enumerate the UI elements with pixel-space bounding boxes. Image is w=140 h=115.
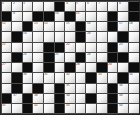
white-cell[interactable] xyxy=(129,32,139,41)
clue-number: 1 xyxy=(2,2,4,5)
white-cell[interactable] xyxy=(44,32,54,41)
black-cell xyxy=(12,73,22,82)
black-cell xyxy=(2,12,12,21)
white-cell[interactable]: 40 xyxy=(118,94,128,103)
white-cell[interactable]: 26 xyxy=(86,53,96,62)
clue-number: 40 xyxy=(119,94,123,97)
black-cell xyxy=(12,84,22,93)
white-cell[interactable] xyxy=(12,63,22,72)
white-cell[interactable]: 22 xyxy=(65,43,75,52)
white-cell[interactable] xyxy=(86,63,96,72)
black-cell xyxy=(65,63,75,72)
clue-number: 35 xyxy=(66,84,70,87)
black-cell xyxy=(2,94,12,103)
clue-number: 20 xyxy=(87,32,91,35)
white-cell[interactable]: 4 xyxy=(65,2,75,11)
clue-number: 41 xyxy=(2,104,6,107)
black-cell xyxy=(129,12,139,21)
black-cell xyxy=(108,12,118,21)
white-cell[interactable] xyxy=(108,73,118,82)
white-cell[interactable] xyxy=(97,22,107,31)
white-cell[interactable]: 16 xyxy=(86,22,96,31)
white-cell[interactable] xyxy=(97,94,107,103)
black-cell xyxy=(44,12,54,21)
clue-number: 26 xyxy=(87,53,91,56)
white-cell[interactable] xyxy=(97,104,107,113)
white-cell[interactable] xyxy=(86,12,96,21)
clue-number: 38 xyxy=(34,94,38,97)
white-cell[interactable] xyxy=(55,22,65,31)
clue-number: 24 xyxy=(23,53,27,56)
white-cell[interactable] xyxy=(97,53,107,62)
clue-number: 37 xyxy=(13,94,17,97)
black-cell xyxy=(108,43,118,52)
black-cell xyxy=(86,73,96,82)
white-cell[interactable] xyxy=(129,53,139,62)
white-cell[interactable] xyxy=(55,63,65,72)
black-cell xyxy=(23,63,33,72)
clue-number: 3 xyxy=(23,2,25,5)
black-cell xyxy=(118,73,128,82)
white-cell[interactable]: 32 xyxy=(65,73,75,82)
white-cell[interactable]: 42 xyxy=(33,104,43,113)
black-cell xyxy=(55,104,65,113)
white-cell[interactable]: 37 xyxy=(12,94,22,103)
clue-number: 34 xyxy=(129,73,133,76)
white-cell[interactable] xyxy=(108,2,118,11)
white-cell[interactable] xyxy=(44,2,54,11)
black-cell xyxy=(76,53,86,62)
clue-number: 42 xyxy=(34,104,38,107)
black-cell xyxy=(86,94,96,103)
white-cell[interactable]: 8 xyxy=(118,2,128,11)
white-cell[interactable]: 3 xyxy=(23,2,33,11)
clue-number: 36 xyxy=(119,84,123,87)
black-cell xyxy=(12,32,22,41)
white-cell[interactable]: 18 xyxy=(129,22,139,31)
white-cell[interactable] xyxy=(23,84,33,93)
white-cell[interactable]: 29 xyxy=(108,63,118,72)
white-cell[interactable] xyxy=(97,12,107,21)
clue-number: 10 xyxy=(55,12,59,15)
white-cell[interactable] xyxy=(33,63,43,72)
white-cell[interactable] xyxy=(129,43,139,52)
clue-number: 19 xyxy=(23,32,27,35)
white-cell[interactable]: 38 xyxy=(33,94,43,103)
white-cell[interactable] xyxy=(118,63,128,72)
white-cell[interactable]: 6 xyxy=(86,2,96,11)
white-cell[interactable] xyxy=(2,73,12,82)
white-cell[interactable]: 13 xyxy=(33,22,43,31)
white-cell[interactable]: 9 xyxy=(12,12,22,21)
clue-number: 12 xyxy=(2,22,6,25)
white-cell[interactable] xyxy=(44,94,54,103)
black-cell xyxy=(55,43,65,52)
black-cell xyxy=(76,22,86,31)
clue-number: 33 xyxy=(98,73,102,76)
white-cell[interactable]: 31 xyxy=(44,73,54,82)
white-cell[interactable]: 19 xyxy=(23,32,33,41)
clue-number: 18 xyxy=(129,22,133,25)
white-cell[interactable] xyxy=(65,53,75,62)
black-cell xyxy=(97,63,107,72)
clue-number: 6 xyxy=(87,2,89,5)
white-cell[interactable]: 1 xyxy=(2,2,12,11)
white-cell[interactable] xyxy=(129,104,139,113)
white-cell[interactable]: 24 xyxy=(23,53,33,62)
black-cell xyxy=(23,22,33,31)
white-cell[interactable]: 30 xyxy=(23,73,33,82)
clue-number: 29 xyxy=(108,63,112,66)
white-cell[interactable]: 36 xyxy=(118,84,128,93)
white-cell[interactable] xyxy=(2,32,12,41)
white-cell[interactable] xyxy=(44,104,54,113)
black-cell xyxy=(108,84,118,93)
white-cell[interactable]: 2 xyxy=(12,2,22,11)
white-cell[interactable]: 7 xyxy=(97,2,107,11)
white-cell[interactable]: 10 xyxy=(55,12,65,21)
white-cell[interactable]: 21 xyxy=(2,43,12,52)
clue-number: 2 xyxy=(13,2,15,5)
white-cell[interactable] xyxy=(23,43,33,52)
white-cell[interactable]: 11 xyxy=(76,12,86,21)
white-cell[interactable] xyxy=(129,94,139,103)
clue-number: 8 xyxy=(119,2,121,5)
white-cell[interactable] xyxy=(97,32,107,41)
black-cell xyxy=(118,53,128,62)
white-cell[interactable] xyxy=(97,84,107,93)
clue-number: 7 xyxy=(98,2,100,5)
white-cell[interactable]: 15 xyxy=(65,22,75,31)
white-cell[interactable] xyxy=(12,104,22,113)
black-cell xyxy=(23,94,33,103)
white-cell[interactable] xyxy=(44,84,54,93)
black-cell xyxy=(33,12,43,21)
clue-number: 44 xyxy=(119,104,123,107)
black-cell xyxy=(44,63,54,72)
white-cell[interactable] xyxy=(86,43,96,52)
black-cell xyxy=(33,84,43,93)
clue-number: 27 xyxy=(2,63,6,66)
white-cell[interactable] xyxy=(33,32,43,41)
clue-number: 17 xyxy=(119,22,123,25)
clue-number: 14 xyxy=(44,22,48,25)
white-cell[interactable] xyxy=(97,43,107,52)
white-cell[interactable]: 27 xyxy=(2,63,12,72)
white-cell[interactable] xyxy=(33,2,43,11)
black-cell xyxy=(129,63,139,72)
clue-number: 39 xyxy=(66,94,70,97)
clue-number: 15 xyxy=(66,22,70,25)
white-cell[interactable] xyxy=(65,32,75,41)
black-cell xyxy=(108,104,118,113)
clue-number: 11 xyxy=(76,12,80,15)
black-cell xyxy=(23,104,33,113)
white-cell[interactable] xyxy=(55,32,65,41)
white-cell[interactable] xyxy=(86,104,96,113)
white-cell[interactable] xyxy=(129,84,139,93)
white-cell[interactable] xyxy=(76,43,86,52)
white-cell[interactable] xyxy=(12,22,22,31)
clue-number: 4 xyxy=(66,2,68,5)
clue-number: 25 xyxy=(55,53,59,56)
white-cell[interactable]: 17 xyxy=(118,22,128,31)
black-cell xyxy=(108,94,118,103)
white-cell[interactable]: 20 xyxy=(86,32,96,41)
white-cell[interactable] xyxy=(76,73,86,82)
black-cell xyxy=(76,32,86,41)
black-cell xyxy=(55,84,65,93)
white-cell[interactable]: 5 xyxy=(76,2,86,11)
clue-number: 13 xyxy=(34,22,38,25)
white-cell[interactable]: 39 xyxy=(65,94,75,103)
black-cell xyxy=(12,53,22,62)
white-cell[interactable] xyxy=(118,12,128,21)
white-cell[interactable] xyxy=(33,43,43,52)
white-cell[interactable] xyxy=(86,84,96,93)
white-cell[interactable]: 44 xyxy=(118,104,128,113)
white-cell[interactable]: 41 xyxy=(2,104,12,113)
white-cell[interactable]: 33 xyxy=(97,73,107,82)
black-cell xyxy=(65,12,75,21)
clue-number: 16 xyxy=(87,22,91,25)
black-cell xyxy=(129,2,139,11)
white-cell[interactable] xyxy=(23,12,33,21)
white-cell[interactable] xyxy=(12,43,22,52)
white-cell[interactable]: 14 xyxy=(44,22,54,31)
crossword-grid: 1234567891011121314151617181920212223242… xyxy=(0,0,140,115)
clue-number: 30 xyxy=(23,73,27,76)
white-cell[interactable] xyxy=(55,73,65,82)
white-cell[interactable] xyxy=(76,94,86,103)
white-cell[interactable] xyxy=(2,53,12,62)
clue-number: 9 xyxy=(13,12,15,15)
black-cell xyxy=(118,32,128,41)
white-cell[interactable]: 43 xyxy=(65,104,75,113)
black-cell xyxy=(44,43,54,52)
white-cell[interactable] xyxy=(2,84,12,93)
clue-number: 5 xyxy=(76,2,78,5)
white-cell[interactable] xyxy=(33,73,43,82)
white-cell[interactable] xyxy=(33,53,43,62)
white-cell[interactable]: 28 xyxy=(76,63,86,72)
white-cell[interactable]: 35 xyxy=(65,84,75,93)
clue-number: 31 xyxy=(44,73,48,76)
clue-number: 32 xyxy=(66,73,70,76)
black-cell xyxy=(55,2,65,11)
clue-number: 22 xyxy=(66,43,70,46)
clue-number: 28 xyxy=(76,63,80,66)
white-cell[interactable]: 25 xyxy=(55,53,65,62)
white-cell[interactable] xyxy=(108,32,118,41)
white-cell[interactable]: 23 xyxy=(118,43,128,52)
white-cell[interactable]: 12 xyxy=(2,22,12,31)
white-cell[interactable] xyxy=(76,104,86,113)
white-cell[interactable]: 34 xyxy=(129,73,139,82)
clue-number: 21 xyxy=(2,43,6,46)
clue-number: 23 xyxy=(119,43,123,46)
black-cell xyxy=(108,22,118,31)
black-cell xyxy=(55,94,65,103)
clue-number: 43 xyxy=(66,104,70,107)
black-cell xyxy=(44,53,54,62)
black-cell xyxy=(108,53,118,62)
white-cell[interactable] xyxy=(76,84,86,93)
